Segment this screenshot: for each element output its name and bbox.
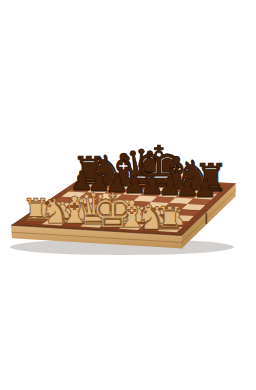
chess-board [0,0,256,390]
chess-set-photo: ♜♞♝♛♚♝♞♜♟♟♟♟♟♟♟♟♟♟♟♟♟♟♟♟♜♞♝♛♚♝♞♜ [0,0,256,390]
